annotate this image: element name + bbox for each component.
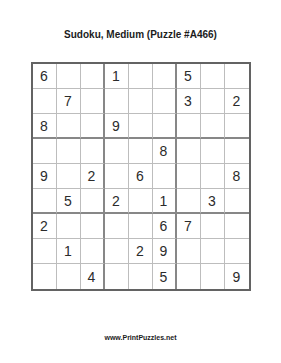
sudoku-cell-r9c9[interactable]: 9 bbox=[225, 264, 249, 289]
sudoku-cell-r7c6[interactable]: 6 bbox=[153, 214, 177, 239]
sudoku-cell-r2c6[interactable] bbox=[153, 89, 177, 114]
sudoku-cell-r8c1[interactable] bbox=[33, 239, 57, 264]
sudoku-cell-r7c7[interactable]: 7 bbox=[177, 214, 201, 239]
sudoku-cell-r1c3[interactable] bbox=[81, 64, 105, 89]
sudoku-cell-r1c5[interactable] bbox=[129, 64, 153, 89]
sudoku-cell-r2c3[interactable] bbox=[81, 89, 105, 114]
sudoku-cell-r3c4[interactable]: 9 bbox=[105, 114, 129, 139]
sudoku-cell-r6c5[interactable] bbox=[129, 189, 153, 214]
sudoku-cell-r7c9[interactable] bbox=[225, 214, 249, 239]
sudoku-cell-r4c3[interactable] bbox=[81, 139, 105, 164]
sudoku-cell-r4c4[interactable] bbox=[105, 139, 129, 164]
sudoku-cell-r5c7[interactable] bbox=[177, 164, 201, 189]
sudoku-cell-r7c4[interactable] bbox=[105, 214, 129, 239]
sudoku-cell-r6c3[interactable] bbox=[81, 189, 105, 214]
sudoku-cell-r9c3[interactable]: 4 bbox=[81, 264, 105, 289]
sudoku-cell-r9c5[interactable] bbox=[129, 264, 153, 289]
sudoku-cell-r2c8[interactable] bbox=[201, 89, 225, 114]
sudoku-cell-r1c1[interactable]: 6 bbox=[33, 64, 57, 89]
footer-site-text: www.PrintPuzzles.net bbox=[0, 334, 281, 341]
sudoku-cell-r5c1[interactable]: 9 bbox=[33, 164, 57, 189]
sudoku-cell-r2c7[interactable]: 3 bbox=[177, 89, 201, 114]
sudoku-cell-r7c3[interactable] bbox=[81, 214, 105, 239]
sudoku-cell-r6c1[interactable] bbox=[33, 189, 57, 214]
sudoku-cell-r8c6[interactable]: 9 bbox=[153, 239, 177, 264]
page-title: Sudoku, Medium (Puzzle #A466) bbox=[0, 29, 281, 40]
sudoku-cell-r3c7[interactable] bbox=[177, 114, 201, 139]
sudoku-cell-r1c6[interactable] bbox=[153, 64, 177, 89]
sudoku-cell-r8c8[interactable] bbox=[201, 239, 225, 264]
sudoku-cell-r1c7[interactable]: 5 bbox=[177, 64, 201, 89]
sudoku-cell-r2c1[interactable] bbox=[33, 89, 57, 114]
sudoku-cell-r3c2[interactable] bbox=[57, 114, 81, 139]
sudoku-cell-r5c8[interactable] bbox=[201, 164, 225, 189]
sudoku-cell-r4c2[interactable] bbox=[57, 139, 81, 164]
sudoku-cell-r3c1[interactable]: 8 bbox=[33, 114, 57, 139]
sudoku-cell-r3c8[interactable] bbox=[201, 114, 225, 139]
sudoku-page: Sudoku, Medium (Puzzle #A466) 6157328989… bbox=[0, 0, 281, 363]
sudoku-board: 61573289892685213267129459 bbox=[31, 62, 251, 291]
sudoku-cell-r5c5[interactable]: 6 bbox=[129, 164, 153, 189]
sudoku-cell-r6c7[interactable] bbox=[177, 189, 201, 214]
sudoku-cell-r4c1[interactable] bbox=[33, 139, 57, 164]
sudoku-cell-r5c4[interactable] bbox=[105, 164, 129, 189]
sudoku-cell-r7c1[interactable]: 2 bbox=[33, 214, 57, 239]
sudoku-cell-r3c9[interactable] bbox=[225, 114, 249, 139]
sudoku-cell-r4c5[interactable] bbox=[129, 139, 153, 164]
sudoku-cell-r7c2[interactable] bbox=[57, 214, 81, 239]
sudoku-cell-r1c8[interactable] bbox=[201, 64, 225, 89]
sudoku-cell-r9c8[interactable] bbox=[201, 264, 225, 289]
sudoku-cell-r4c8[interactable] bbox=[201, 139, 225, 164]
sudoku-cell-r2c5[interactable] bbox=[129, 89, 153, 114]
sudoku-cell-r2c9[interactable]: 2 bbox=[225, 89, 249, 114]
sudoku-cell-r1c2[interactable] bbox=[57, 64, 81, 89]
sudoku-cell-r9c4[interactable] bbox=[105, 264, 129, 289]
sudoku-cell-r5c2[interactable] bbox=[57, 164, 81, 189]
sudoku-cell-r3c5[interactable] bbox=[129, 114, 153, 139]
sudoku-cell-r1c9[interactable] bbox=[225, 64, 249, 89]
sudoku-cell-r9c6[interactable]: 5 bbox=[153, 264, 177, 289]
sudoku-cell-r9c7[interactable] bbox=[177, 264, 201, 289]
sudoku-cell-r3c6[interactable] bbox=[153, 114, 177, 139]
sudoku-cell-r4c6[interactable]: 8 bbox=[153, 139, 177, 164]
sudoku-cell-r6c8[interactable]: 3 bbox=[201, 189, 225, 214]
sudoku-cell-r1c4[interactable]: 1 bbox=[105, 64, 129, 89]
sudoku-cell-r6c6[interactable]: 1 bbox=[153, 189, 177, 214]
sudoku-cell-r8c7[interactable] bbox=[177, 239, 201, 264]
sudoku-cell-r8c9[interactable] bbox=[225, 239, 249, 264]
sudoku-cell-r8c4[interactable] bbox=[105, 239, 129, 264]
sudoku-cell-r7c8[interactable] bbox=[201, 214, 225, 239]
sudoku-cell-r8c3[interactable] bbox=[81, 239, 105, 264]
sudoku-cell-r2c2[interactable]: 7 bbox=[57, 89, 81, 114]
sudoku-cell-r9c2[interactable] bbox=[57, 264, 81, 289]
sudoku-cell-r3c3[interactable] bbox=[81, 114, 105, 139]
sudoku-cell-r4c9[interactable] bbox=[225, 139, 249, 164]
sudoku-cell-r5c9[interactable]: 8 bbox=[225, 164, 249, 189]
sudoku-cell-r6c4[interactable]: 2 bbox=[105, 189, 129, 214]
sudoku-cell-r8c2[interactable]: 1 bbox=[57, 239, 81, 264]
sudoku-cell-r6c9[interactable] bbox=[225, 189, 249, 214]
sudoku-cell-r7c5[interactable] bbox=[129, 214, 153, 239]
sudoku-cell-r8c5[interactable]: 2 bbox=[129, 239, 153, 264]
sudoku-cell-r5c6[interactable] bbox=[153, 164, 177, 189]
sudoku-cell-r6c2[interactable]: 5 bbox=[57, 189, 81, 214]
sudoku-cell-r2c4[interactable] bbox=[105, 89, 129, 114]
sudoku-cell-r9c1[interactable] bbox=[33, 264, 57, 289]
sudoku-cell-r4c7[interactable] bbox=[177, 139, 201, 164]
sudoku-cell-r5c3[interactable]: 2 bbox=[81, 164, 105, 189]
